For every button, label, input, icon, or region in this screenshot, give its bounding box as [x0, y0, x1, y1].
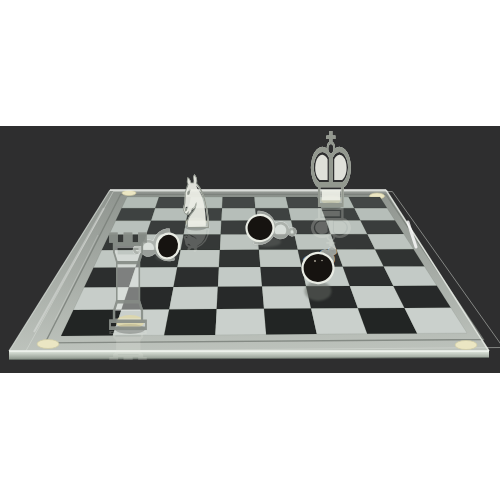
square-f1 [311, 308, 367, 334]
product-photo-glass-chess-set: ♚♚♔♞♞♘♟♙♟♙♟♙♜♜♖ [0, 0, 500, 500]
felt-glint [314, 260, 316, 262]
square-c1 [164, 309, 217, 335]
board-foot [37, 340, 59, 349]
black-rook-piece: ♜♖ [98, 206, 158, 362]
square-c2 [169, 287, 218, 310]
board-foot [122, 190, 136, 195]
square-e3 [260, 267, 306, 287]
white-king-piece: ♚♔ [305, 110, 356, 231]
svg-text:♖: ♖ [98, 206, 158, 362]
glass-chessboard-photo: ♚♚♔♞♞♘♟♙♟♙♟♙♜♜♖ [0, 0, 500, 500]
square-d2 [217, 287, 264, 310]
square-e1 [264, 309, 317, 335]
square-c3 [174, 267, 219, 287]
square-d3 [218, 267, 262, 287]
square-e2 [262, 286, 311, 309]
board-foot [455, 341, 477, 350]
svg-text:♔: ♔ [305, 110, 356, 231]
felt-glint [321, 260, 323, 262]
square-d1 [215, 309, 266, 335]
